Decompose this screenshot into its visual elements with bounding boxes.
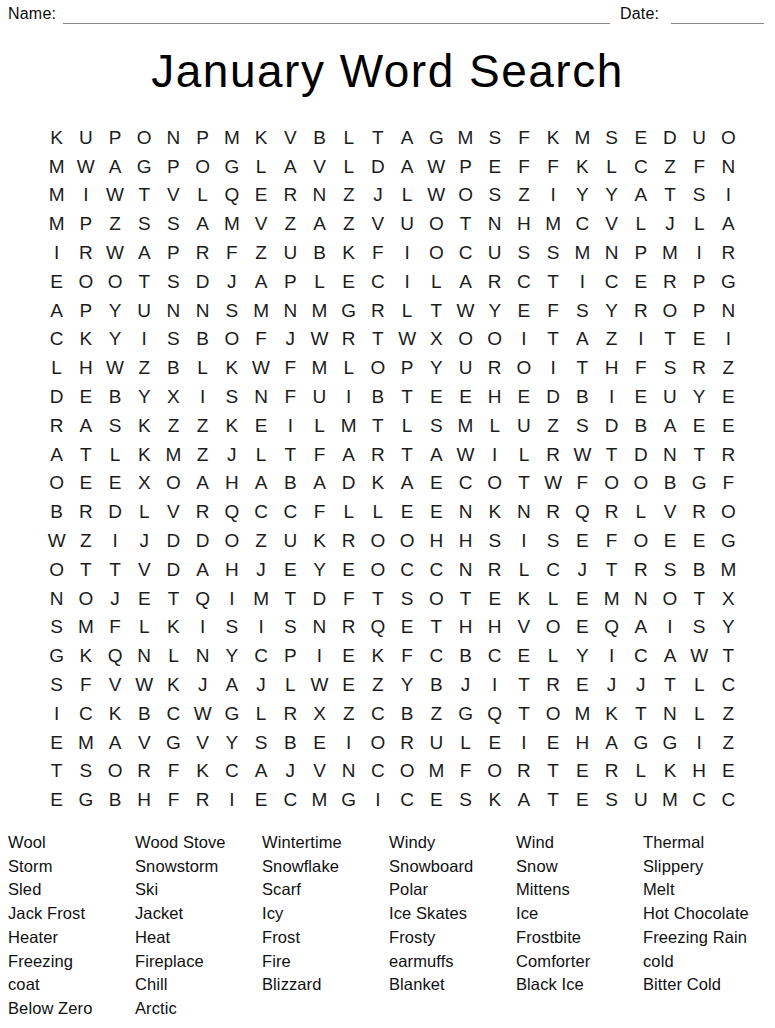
grid-cell: S bbox=[597, 785, 626, 814]
grid-cell: A bbox=[655, 411, 684, 440]
grid-cell: A bbox=[393, 123, 422, 152]
grid-cell: K bbox=[363, 468, 392, 497]
grid-cell: V bbox=[509, 612, 538, 641]
grid-cell: E bbox=[568, 785, 597, 814]
word-item: Scarf bbox=[262, 878, 389, 902]
word-item: Ski bbox=[135, 878, 262, 902]
grid-cell: M bbox=[568, 699, 597, 728]
grid-cell: L bbox=[480, 411, 509, 440]
grid-cell: O bbox=[42, 555, 71, 584]
grid-cell: D bbox=[188, 526, 217, 555]
word-item: Wood Stove bbox=[135, 831, 262, 855]
grid-cell: U bbox=[480, 238, 509, 267]
grid-cell: U bbox=[276, 526, 305, 555]
grid-cell: R bbox=[188, 497, 217, 526]
grid-cell: P bbox=[188, 123, 217, 152]
grid-cell: L bbox=[539, 584, 568, 613]
grid-cell: P bbox=[71, 296, 100, 325]
word-item: Bitter Cold bbox=[643, 973, 775, 997]
grid-cell: R bbox=[714, 238, 743, 267]
grid-cell: T bbox=[597, 555, 626, 584]
grid-cell: B bbox=[451, 641, 480, 670]
grid-cell: K bbox=[159, 670, 188, 699]
grid-cell: Z bbox=[655, 152, 684, 181]
grid-cell: Y bbox=[597, 296, 626, 325]
grid-cell: N bbox=[334, 756, 363, 785]
grid-cell: U bbox=[276, 238, 305, 267]
grid-cell: A bbox=[42, 296, 71, 325]
grid-cell: Q bbox=[480, 699, 509, 728]
grid-cell: E bbox=[42, 728, 71, 757]
grid-cell: F bbox=[100, 612, 129, 641]
grid-cell: S bbox=[539, 238, 568, 267]
grid-cell: O bbox=[217, 325, 246, 354]
grid-cell: L bbox=[509, 555, 538, 584]
grid-cell: E bbox=[568, 612, 597, 641]
grid-cell: G bbox=[451, 699, 480, 728]
grid-cell: A bbox=[422, 440, 451, 469]
word-item: Blanket bbox=[389, 973, 516, 997]
grid-cell: M bbox=[246, 584, 275, 613]
grid-cell: W bbox=[568, 440, 597, 469]
grid-cell: D bbox=[100, 497, 129, 526]
grid-cell: Y bbox=[217, 728, 246, 757]
grid-cell: Q bbox=[217, 181, 246, 210]
grid-cell: J bbox=[217, 267, 246, 296]
grid-cell: Y bbox=[597, 181, 626, 210]
grid-cell: T bbox=[539, 756, 568, 785]
word-item: Storm bbox=[8, 855, 135, 879]
grid-cell: K bbox=[188, 756, 217, 785]
grid-cell: E bbox=[71, 382, 100, 411]
word-item: Heat bbox=[135, 926, 262, 950]
grid-cell: O bbox=[130, 123, 159, 152]
grid-cell: S bbox=[130, 209, 159, 238]
grid-cell: R bbox=[714, 440, 743, 469]
grid-cell: S bbox=[480, 123, 509, 152]
grid-cell: E bbox=[480, 152, 509, 181]
grid-cell: O bbox=[655, 296, 684, 325]
grid-cell: Q bbox=[568, 497, 597, 526]
grid-cell: V bbox=[130, 555, 159, 584]
grid-cell: S bbox=[159, 209, 188, 238]
grid-cell: V bbox=[276, 123, 305, 152]
grid-cell: K bbox=[480, 497, 509, 526]
grid-cell: N bbox=[188, 641, 217, 670]
grid-cell: I bbox=[509, 728, 538, 757]
grid-cell: E bbox=[568, 526, 597, 555]
grid-cell: W bbox=[188, 699, 217, 728]
grid-cell: W bbox=[71, 152, 100, 181]
grid-cell: L bbox=[334, 152, 363, 181]
word-list: WoolStormSledJack FrostHeaterFreezingcoa… bbox=[8, 831, 770, 1021]
grid-cell: W bbox=[305, 670, 334, 699]
grid-cell: D bbox=[159, 555, 188, 584]
grid-cell: C bbox=[276, 497, 305, 526]
grid-cell: C bbox=[422, 641, 451, 670]
grid-cell: F bbox=[276, 382, 305, 411]
word-item: cold bbox=[643, 950, 775, 974]
grid-cell: L bbox=[246, 699, 275, 728]
grid-cell: R bbox=[685, 497, 714, 526]
grid-cell: J bbox=[276, 756, 305, 785]
grid-cell: L bbox=[393, 411, 422, 440]
grid-cell: Q bbox=[597, 612, 626, 641]
grid-cell: O bbox=[655, 584, 684, 613]
grid-cell: C bbox=[363, 267, 392, 296]
word-item: Thermal bbox=[643, 831, 775, 855]
grid-cell: M bbox=[305, 296, 334, 325]
grid-cell: O bbox=[422, 238, 451, 267]
grid-cell: P bbox=[71, 209, 100, 238]
grid-cell: M bbox=[71, 728, 100, 757]
grid-cell: E bbox=[100, 468, 129, 497]
grid-cell: S bbox=[480, 181, 509, 210]
grid-cell: E bbox=[451, 382, 480, 411]
grid-cell: K bbox=[217, 411, 246, 440]
grid-cell: U bbox=[451, 353, 480, 382]
grid-cell: S bbox=[393, 584, 422, 613]
grid-cell: A bbox=[393, 152, 422, 181]
grid-cell: B bbox=[305, 238, 334, 267]
grid-cell: G bbox=[334, 296, 363, 325]
grid-cell: N bbox=[159, 296, 188, 325]
grid-cell: M bbox=[217, 123, 246, 152]
grid-cell: O bbox=[597, 468, 626, 497]
word-item: Wind bbox=[516, 831, 643, 855]
grid-cell: M bbox=[714, 555, 743, 584]
grid-cell: S bbox=[217, 612, 246, 641]
grid-cell: O bbox=[539, 699, 568, 728]
grid-cell: L bbox=[626, 756, 655, 785]
grid-cell: C bbox=[451, 238, 480, 267]
grid-cell: P bbox=[685, 296, 714, 325]
grid-cell: J bbox=[626, 670, 655, 699]
grid-cell: W bbox=[100, 181, 129, 210]
grid-cell: T bbox=[393, 440, 422, 469]
grid-cell: B bbox=[276, 468, 305, 497]
word-item: Snow bbox=[516, 855, 643, 879]
grid-cell: E bbox=[305, 728, 334, 757]
grid-cell: H bbox=[451, 526, 480, 555]
grid-cell: B bbox=[188, 325, 217, 354]
grid-cell: Q bbox=[217, 497, 246, 526]
grid-cell: K bbox=[480, 785, 509, 814]
grid-cell: E bbox=[42, 267, 71, 296]
grid-cell: I bbox=[71, 181, 100, 210]
grid-cell: V bbox=[100, 670, 129, 699]
grid-cell: S bbox=[655, 353, 684, 382]
grid-cell: S bbox=[42, 670, 71, 699]
grid-cell: J bbox=[655, 209, 684, 238]
name-label: Name: bbox=[8, 5, 56, 23]
grid-cell: B bbox=[159, 353, 188, 382]
grid-cell: M bbox=[42, 181, 71, 210]
grid-cell: Z bbox=[71, 526, 100, 555]
grid-cell: C bbox=[480, 641, 509, 670]
grid-cell: B bbox=[305, 123, 334, 152]
puzzle-title: January Word Search bbox=[0, 44, 775, 98]
word-list-column: WindSnowMittensIceFrostbiteComforterBlac… bbox=[516, 831, 643, 1021]
grid-cell: Y bbox=[568, 641, 597, 670]
grid-cell: T bbox=[130, 267, 159, 296]
grid-cell: P bbox=[276, 267, 305, 296]
grid-cell: C bbox=[626, 152, 655, 181]
grid-cell: P bbox=[626, 238, 655, 267]
word-item: Frost bbox=[262, 926, 389, 950]
grid-cell: O bbox=[159, 468, 188, 497]
grid-cell: R bbox=[188, 238, 217, 267]
grid-cell: V bbox=[655, 497, 684, 526]
grid-cell: T bbox=[363, 411, 392, 440]
grid-cell: F bbox=[305, 497, 334, 526]
grid-cell: M bbox=[422, 756, 451, 785]
grid-cell: L bbox=[393, 181, 422, 210]
grid-cell: V bbox=[159, 497, 188, 526]
grid-cell: I bbox=[685, 728, 714, 757]
grid-cell: C bbox=[685, 785, 714, 814]
grid-cell: E bbox=[334, 670, 363, 699]
grid-cell: F bbox=[539, 152, 568, 181]
grid-cell: D bbox=[159, 526, 188, 555]
grid-cell: T bbox=[568, 353, 597, 382]
grid-cell: R bbox=[509, 756, 538, 785]
grid-cell: C bbox=[509, 267, 538, 296]
grid-cell: T bbox=[509, 699, 538, 728]
grid-cell: K bbox=[305, 526, 334, 555]
word-item: Sled bbox=[8, 878, 135, 902]
grid-cell: W bbox=[305, 325, 334, 354]
grid-cell: C bbox=[42, 325, 71, 354]
grid-cell: L bbox=[597, 152, 626, 181]
grid-cell: R bbox=[363, 440, 392, 469]
grid-cell: A bbox=[305, 468, 334, 497]
grid-cell: J bbox=[246, 670, 275, 699]
grid-cell: N bbox=[159, 123, 188, 152]
word-item: Snowboard bbox=[389, 855, 516, 879]
grid-cell: K bbox=[100, 699, 129, 728]
word-list-column: ThermalSlipperyMeltHot ChocolateFreezing… bbox=[643, 831, 775, 1021]
grid-cell: E bbox=[626, 267, 655, 296]
grid-cell: E bbox=[685, 411, 714, 440]
grid-cell: I bbox=[188, 612, 217, 641]
grid-cell: F bbox=[539, 296, 568, 325]
grid-cell: B bbox=[363, 382, 392, 411]
grid-cell: Z bbox=[422, 699, 451, 728]
grid-cell: E bbox=[71, 468, 100, 497]
grid-cell: A bbox=[626, 612, 655, 641]
grid-cell: O bbox=[188, 152, 217, 181]
grid-cell: F bbox=[568, 468, 597, 497]
grid-cell: F bbox=[159, 785, 188, 814]
grid-cell: F bbox=[509, 152, 538, 181]
grid-cell: P bbox=[159, 152, 188, 181]
grid-cell: R bbox=[42, 411, 71, 440]
grid-cell: F bbox=[714, 468, 743, 497]
word-item: Ice Skates bbox=[389, 902, 516, 926]
grid-cell: C bbox=[363, 756, 392, 785]
grid-cell: E bbox=[714, 411, 743, 440]
word-item: Polar bbox=[389, 878, 516, 902]
grid-cell: R bbox=[334, 612, 363, 641]
word-item: Chill bbox=[135, 973, 262, 997]
grid-cell: O bbox=[71, 267, 100, 296]
grid-cell: O bbox=[539, 612, 568, 641]
grid-cell: H bbox=[130, 785, 159, 814]
grid-cell: W bbox=[100, 238, 129, 267]
grid-cell: C bbox=[539, 555, 568, 584]
grid-cell: Y bbox=[422, 353, 451, 382]
grid-cell: O bbox=[509, 353, 538, 382]
grid-cell: F bbox=[246, 325, 275, 354]
grid-cell: S bbox=[568, 296, 597, 325]
grid-cell: I bbox=[685, 238, 714, 267]
grid-cell: K bbox=[217, 353, 246, 382]
grid-cell: F bbox=[276, 353, 305, 382]
grid-cell: S bbox=[597, 123, 626, 152]
word-item: Black Ice bbox=[516, 973, 643, 997]
grid-cell: T bbox=[363, 123, 392, 152]
grid-cell: H bbox=[71, 353, 100, 382]
grid-cell: S bbox=[217, 296, 246, 325]
grid-cell: R bbox=[276, 181, 305, 210]
grid-cell: L bbox=[100, 440, 129, 469]
word-item: Fire bbox=[262, 950, 389, 974]
grid-cell: E bbox=[509, 641, 538, 670]
grid-cell: A bbox=[568, 325, 597, 354]
grid-cell: L bbox=[393, 296, 422, 325]
grid-cell: C bbox=[714, 785, 743, 814]
grid-cell: F bbox=[159, 756, 188, 785]
grid-cell: N bbox=[305, 181, 334, 210]
grid-cell: T bbox=[393, 382, 422, 411]
grid-cell: I bbox=[480, 440, 509, 469]
grid-cell: S bbox=[71, 756, 100, 785]
grid-cell: E bbox=[334, 555, 363, 584]
word-list-column: Wood StoveSnowstormSkiJacketHeatFireplac… bbox=[135, 831, 262, 1021]
grid-cell: T bbox=[597, 440, 626, 469]
grid-cell: S bbox=[568, 411, 597, 440]
grid-cell: S bbox=[685, 612, 714, 641]
grid-cell: T bbox=[276, 440, 305, 469]
grid-cell: K bbox=[597, 699, 626, 728]
grid-cell: S bbox=[159, 267, 188, 296]
grid-cell: T bbox=[539, 325, 568, 354]
grid-cell: G bbox=[714, 267, 743, 296]
grid-cell: O bbox=[451, 181, 480, 210]
grid-cell: J bbox=[188, 670, 217, 699]
grid-cell: A bbox=[393, 468, 422, 497]
grid-cell: Z bbox=[246, 526, 275, 555]
grid-cell: H bbox=[451, 612, 480, 641]
grid-cell: E bbox=[655, 526, 684, 555]
grid-cell: L bbox=[334, 497, 363, 526]
grid-cell: E bbox=[422, 382, 451, 411]
grid-cell: Y bbox=[393, 670, 422, 699]
grid-cell: R bbox=[539, 497, 568, 526]
grid-cell: O bbox=[217, 526, 246, 555]
grid-cell: R bbox=[539, 670, 568, 699]
grid-cell: W bbox=[685, 641, 714, 670]
grid-cell: E bbox=[246, 411, 275, 440]
word-list-column: WoolStormSledJack FrostHeaterFreezingcoa… bbox=[8, 831, 135, 1021]
grid-cell: S bbox=[655, 555, 684, 584]
grid-cell: A bbox=[100, 152, 129, 181]
grid-cell: P bbox=[276, 641, 305, 670]
word-item: Jacket bbox=[135, 902, 262, 926]
grid-cell: X bbox=[714, 584, 743, 613]
grid-cell: T bbox=[451, 584, 480, 613]
grid-cell: L bbox=[334, 353, 363, 382]
grid-cell: T bbox=[159, 584, 188, 613]
grid-cell: B bbox=[685, 555, 714, 584]
grid-cell: Y bbox=[714, 612, 743, 641]
grid-cell: I bbox=[363, 785, 392, 814]
grid-cell: U bbox=[393, 209, 422, 238]
grid-cell: K bbox=[159, 612, 188, 641]
grid-cell: X bbox=[130, 468, 159, 497]
grid-cell: S bbox=[480, 526, 509, 555]
grid-cell: N bbox=[130, 641, 159, 670]
grid-cell: Z bbox=[539, 411, 568, 440]
grid-cell: L bbox=[130, 612, 159, 641]
grid-cell: C bbox=[597, 267, 626, 296]
grid-cell: J bbox=[217, 440, 246, 469]
grid-cell: J bbox=[100, 584, 129, 613]
grid-cell: L bbox=[159, 641, 188, 670]
grid-cell: T bbox=[422, 612, 451, 641]
grid-cell: L bbox=[130, 497, 159, 526]
grid-cell: O bbox=[626, 468, 655, 497]
grid-cell: N bbox=[597, 238, 626, 267]
grid-cell: W bbox=[539, 468, 568, 497]
grid-cell: N bbox=[451, 497, 480, 526]
grid-cell: O bbox=[714, 123, 743, 152]
grid-cell: O bbox=[451, 325, 480, 354]
grid-cell: S bbox=[509, 238, 538, 267]
grid-cell: I bbox=[246, 612, 275, 641]
grid-cell: I bbox=[539, 353, 568, 382]
grid-cell: L bbox=[363, 497, 392, 526]
grid-cell: N bbox=[655, 699, 684, 728]
grid-cell: R bbox=[539, 440, 568, 469]
grid-cell: Q bbox=[188, 584, 217, 613]
grid-cell: K bbox=[130, 411, 159, 440]
grid-cell: Z bbox=[714, 353, 743, 382]
grid-cell: L bbox=[685, 670, 714, 699]
grid-cell: T bbox=[685, 584, 714, 613]
grid-cell: V bbox=[363, 209, 392, 238]
grid-cell: I bbox=[480, 670, 509, 699]
grid-cell: E bbox=[714, 382, 743, 411]
grid-cell: D bbox=[188, 267, 217, 296]
grid-cell: J bbox=[451, 670, 480, 699]
grid-cell: E bbox=[393, 612, 422, 641]
grid-cell: S bbox=[685, 181, 714, 210]
grid-cell: S bbox=[246, 728, 275, 757]
grid-cell: H bbox=[422, 526, 451, 555]
word-search-grid: KUPONPMKVBLTAGMSFKMSEDUOMWAGPOGLAVLDAWPE… bbox=[42, 123, 743, 814]
grid-cell: W bbox=[100, 353, 129, 382]
grid-cell: O bbox=[393, 756, 422, 785]
word-item: Snowstorm bbox=[135, 855, 262, 879]
grid-cell: F bbox=[509, 123, 538, 152]
grid-cell: R bbox=[130, 756, 159, 785]
grid-cell: U bbox=[130, 296, 159, 325]
grid-cell: T bbox=[509, 468, 538, 497]
grid-cell: O bbox=[363, 728, 392, 757]
grid-cell: O bbox=[480, 756, 509, 785]
